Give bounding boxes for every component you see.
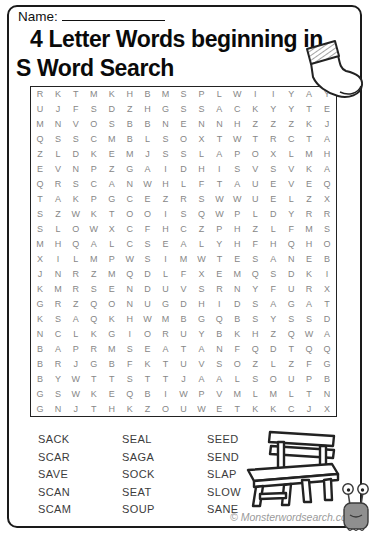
grid-cell[interactable]: Z xyxy=(192,222,210,237)
grid-cell[interactable]: L xyxy=(175,177,193,192)
grid-cell[interactable]: M xyxy=(31,117,49,132)
grid-cell[interactable]: C xyxy=(121,192,139,207)
grid-cell[interactable]: N xyxy=(31,326,49,341)
grid-cell[interactable]: A xyxy=(210,371,228,386)
grid-cell[interactable]: L xyxy=(157,266,175,281)
grid-cell[interactable]: S xyxy=(139,251,157,266)
grid-cell[interactable]: L xyxy=(49,222,67,237)
grid-cell[interactable]: Z xyxy=(157,192,175,207)
grid-cell[interactable]: Q xyxy=(121,386,139,401)
grid-cell[interactable]: T xyxy=(103,207,121,222)
grid-cell[interactable]: S xyxy=(282,311,300,326)
grid-cell[interactable]: W xyxy=(175,386,193,401)
grid-cell[interactable]: W xyxy=(228,192,246,207)
grid-cell[interactable]: U xyxy=(31,102,49,117)
grid-cell[interactable]: E xyxy=(103,281,121,296)
grid-cell[interactable]: Q xyxy=(282,237,300,252)
grid-cell[interactable]: S xyxy=(175,207,193,222)
grid-cell[interactable]: Y xyxy=(264,311,282,326)
grid-cell[interactable]: N xyxy=(210,341,228,356)
grid-cell[interactable]: Q xyxy=(85,311,103,326)
grid-cell[interactable]: A xyxy=(192,371,210,386)
grid-cell[interactable]: S xyxy=(246,251,264,266)
grid-cell[interactable]: A xyxy=(85,237,103,252)
grid-cell[interactable]: L xyxy=(210,87,228,102)
grid-cell[interactable]: M xyxy=(103,266,121,281)
grid-cell[interactable]: R xyxy=(31,87,49,102)
grid-cell[interactable]: A xyxy=(264,296,282,311)
grid-cell[interactable]: Z xyxy=(264,326,282,341)
grid-cell[interactable]: T xyxy=(157,371,175,386)
grid-cell[interactable]: I xyxy=(210,296,228,311)
grid-cell[interactable]: M xyxy=(103,341,121,356)
grid-cell[interactable]: M xyxy=(31,237,49,252)
grid-cell[interactable]: L xyxy=(246,386,264,401)
grid-cell[interactable]: P xyxy=(67,341,85,356)
grid-cell[interactable]: Z xyxy=(246,222,264,237)
grid-cell[interactable]: M xyxy=(157,311,175,326)
grid-cell[interactable]: W xyxy=(85,222,103,237)
grid-cell[interactable]: Q xyxy=(246,266,264,281)
grid-cell[interactable]: S xyxy=(31,222,49,237)
grid-cell[interactable]: X xyxy=(318,401,336,416)
grid-cell[interactable]: K xyxy=(103,311,121,326)
grid-cell[interactable]: U xyxy=(282,371,300,386)
grid-cell[interactable]: E xyxy=(31,162,49,177)
grid-cell[interactable]: H xyxy=(318,147,336,162)
grid-cell[interactable]: H xyxy=(192,296,210,311)
grid-cell[interactable]: W xyxy=(210,192,228,207)
grid-cell[interactable]: N xyxy=(67,162,85,177)
grid-cell[interactable]: Z xyxy=(139,401,157,416)
grid-cell[interactable]: S xyxy=(210,356,228,371)
grid-cell[interactable]: B xyxy=(318,371,336,386)
grid-cell[interactable]: L xyxy=(264,356,282,371)
grid-cell[interactable]: L xyxy=(49,147,67,162)
grid-cell[interactable]: V xyxy=(192,356,210,371)
grid-cell[interactable]: A xyxy=(228,177,246,192)
grid-cell[interactable]: B xyxy=(318,251,336,266)
grid-cell[interactable]: E xyxy=(157,237,175,252)
grid-cell[interactable]: E xyxy=(210,401,228,416)
grid-cell[interactable]: Z xyxy=(121,102,139,117)
grid-cell[interactable]: G xyxy=(31,401,49,416)
grid-cell[interactable]: U xyxy=(246,192,264,207)
grid-cell[interactable]: P xyxy=(103,251,121,266)
grid-cell[interactable]: O xyxy=(103,296,121,311)
grid-cell[interactable]: K xyxy=(300,162,318,177)
grid-cell[interactable]: N xyxy=(121,177,139,192)
grid-cell[interactable]: Q xyxy=(121,266,139,281)
grid-cell[interactable]: B xyxy=(121,117,139,132)
grid-cell[interactable]: T xyxy=(210,251,228,266)
grid-cell[interactable]: F xyxy=(228,341,246,356)
grid-cell[interactable]: A xyxy=(318,326,336,341)
grid-cell[interactable]: Z xyxy=(282,117,300,132)
grid-cell[interactable]: L xyxy=(228,371,246,386)
grid-cell[interactable]: G xyxy=(103,192,121,207)
grid-cell[interactable]: N xyxy=(228,281,246,296)
grid-cell[interactable]: X xyxy=(192,266,210,281)
grid-cell[interactable]: T xyxy=(282,341,300,356)
grid-cell[interactable]: M xyxy=(85,87,103,102)
grid-cell[interactable]: C xyxy=(85,177,103,192)
grid-cell[interactable]: R xyxy=(157,326,175,341)
grid-cell[interactable]: K xyxy=(300,266,318,281)
grid-cell[interactable]: P xyxy=(210,222,228,237)
grid-cell[interactable]: B xyxy=(121,132,139,147)
grid-cell[interactable]: H xyxy=(228,117,246,132)
grid-cell[interactable]: N xyxy=(192,117,210,132)
grid-cell[interactable]: A xyxy=(318,132,336,147)
grid-cell[interactable]: T xyxy=(300,132,318,147)
grid-cell[interactable]: B xyxy=(139,117,157,132)
grid-cell[interactable]: A xyxy=(49,192,67,207)
grid-cell[interactable]: W xyxy=(121,251,139,266)
grid-cell[interactable]: K xyxy=(85,386,103,401)
grid-cell[interactable]: V xyxy=(175,281,193,296)
grid-cell[interactable]: X xyxy=(318,281,336,296)
grid-cell[interactable]: E xyxy=(139,341,157,356)
grid-cell[interactable]: F xyxy=(264,281,282,296)
grid-cell[interactable]: R xyxy=(85,341,103,356)
grid-cell[interactable]: B xyxy=(139,386,157,401)
grid-cell[interactable]: X xyxy=(318,192,336,207)
grid-cell[interactable]: M xyxy=(264,386,282,401)
grid-cell[interactable]: K xyxy=(246,102,264,117)
grid-cell[interactable]: D xyxy=(139,266,157,281)
grid-cell[interactable]: I xyxy=(264,87,282,102)
grid-cell[interactable]: W xyxy=(228,132,246,147)
grid-cell[interactable]: R xyxy=(49,177,67,192)
grid-cell[interactable]: B xyxy=(210,326,228,341)
grid-cell[interactable]: G xyxy=(318,356,336,371)
grid-cell[interactable]: V xyxy=(67,117,85,132)
grid-cell[interactable]: I xyxy=(157,162,175,177)
grid-cell[interactable]: T xyxy=(300,102,318,117)
grid-cell[interactable]: L xyxy=(246,207,264,222)
grid-cell[interactable]: N xyxy=(318,386,336,401)
grid-cell[interactable]: E xyxy=(318,102,336,117)
grid-cell[interactable]: L xyxy=(192,147,210,162)
grid-cell[interactable]: H xyxy=(300,237,318,252)
grid-cell[interactable]: K xyxy=(31,281,49,296)
grid-cell[interactable]: S xyxy=(49,311,67,326)
grid-cell[interactable]: Q xyxy=(85,296,103,311)
grid-cell[interactable]: O xyxy=(85,117,103,132)
grid-cell[interactable]: X xyxy=(103,222,121,237)
grid-cell[interactable]: S xyxy=(121,371,139,386)
grid-cell[interactable]: D xyxy=(175,162,193,177)
grid-cell[interactable]: H xyxy=(157,222,175,237)
grid-cell[interactable]: H xyxy=(228,237,246,252)
grid-cell[interactable]: B xyxy=(228,311,246,326)
grid-cell[interactable]: V xyxy=(282,162,300,177)
grid-cell[interactable]: S xyxy=(49,132,67,147)
grid-cell[interactable]: Q xyxy=(246,341,264,356)
grid-cell[interactable]: F xyxy=(121,356,139,371)
grid-cell[interactable]: A xyxy=(157,341,175,356)
grid-cell[interactable]: T xyxy=(139,371,157,386)
grid-cell[interactable]: A xyxy=(264,251,282,266)
grid-cell[interactable]: O xyxy=(175,132,193,147)
grid-cell[interactable]: Y xyxy=(210,237,228,252)
grid-cell[interactable]: T xyxy=(31,192,49,207)
grid-cell[interactable]: F xyxy=(139,222,157,237)
grid-cell[interactable]: I xyxy=(157,386,175,401)
grid-cell[interactable]: S xyxy=(67,132,85,147)
grid-cell[interactable]: T xyxy=(318,296,336,311)
grid-cell[interactable]: R xyxy=(67,281,85,296)
grid-cell[interactable]: W xyxy=(192,251,210,266)
grid-cell[interactable]: S xyxy=(264,162,282,177)
grid-cell[interactable]: N xyxy=(49,401,67,416)
grid-cell[interactable]: P xyxy=(228,207,246,222)
grid-cell[interactable]: K xyxy=(67,192,85,207)
grid-cell[interactable]: C xyxy=(85,132,103,147)
grid-cell[interactable]: Z xyxy=(103,162,121,177)
grid-cell[interactable]: Q xyxy=(192,207,210,222)
grid-cell[interactable]: S xyxy=(121,341,139,356)
grid-cell[interactable]: L xyxy=(67,326,85,341)
grid-cell[interactable]: M xyxy=(300,147,318,162)
grid-cell[interactable]: V xyxy=(49,162,67,177)
grid-cell[interactable]: C xyxy=(282,132,300,147)
grid-cell[interactable]: T xyxy=(85,371,103,386)
grid-cell[interactable]: K xyxy=(246,401,264,416)
grid-cell[interactable]: O xyxy=(228,356,246,371)
grid-cell[interactable]: I xyxy=(157,251,175,266)
grid-cell[interactable]: E xyxy=(264,177,282,192)
grid-cell[interactable]: H xyxy=(157,177,175,192)
grid-cell[interactable]: H xyxy=(246,326,264,341)
grid-cell[interactable]: A xyxy=(210,102,228,117)
grid-cell[interactable]: C xyxy=(228,102,246,117)
grid-cell[interactable]: N xyxy=(49,266,67,281)
grid-cell[interactable]: B xyxy=(139,87,157,102)
grid-cell[interactable]: A xyxy=(139,162,157,177)
grid-cell[interactable]: K xyxy=(85,326,103,341)
grid-cell[interactable]: K xyxy=(103,87,121,102)
grid-cell[interactable]: G xyxy=(157,102,175,117)
grid-cell[interactable]: W xyxy=(192,401,210,416)
grid-cell[interactable]: C xyxy=(121,222,139,237)
grid-cell[interactable]: D xyxy=(264,207,282,222)
grid-cell[interactable]: O xyxy=(139,326,157,341)
grid-cell[interactable]: U xyxy=(282,281,300,296)
grid-cell[interactable]: S xyxy=(85,102,103,117)
grid-cell[interactable]: A xyxy=(192,341,210,356)
grid-cell[interactable]: J xyxy=(49,102,67,117)
grid-cell[interactable]: F xyxy=(175,266,193,281)
grid-cell[interactable]: Z xyxy=(282,356,300,371)
grid-cell[interactable]: L xyxy=(264,222,282,237)
grid-cell[interactable]: J xyxy=(318,117,336,132)
grid-cell[interactable]: H xyxy=(121,311,139,326)
grid-cell[interactable]: I xyxy=(121,326,139,341)
grid-cell[interactable]: U xyxy=(139,296,157,311)
grid-cell[interactable]: Y xyxy=(282,102,300,117)
grid-cell[interactable]: S xyxy=(175,102,193,117)
grid-cell[interactable]: D xyxy=(264,341,282,356)
grid-cell[interactable]: A xyxy=(175,237,193,252)
grid-cell[interactable]: X xyxy=(264,147,282,162)
grid-cell[interactable]: K xyxy=(49,87,67,102)
grid-cell[interactable]: K xyxy=(228,326,246,341)
grid-cell[interactable]: S xyxy=(85,281,103,296)
grid-cell[interactable]: Z xyxy=(264,117,282,132)
grid-cell[interactable]: N xyxy=(121,281,139,296)
grid-cell[interactable]: N xyxy=(49,117,67,132)
grid-cell[interactable]: F xyxy=(282,222,300,237)
grid-cell[interactable]: S xyxy=(192,281,210,296)
grid-cell[interactable]: Z xyxy=(49,207,67,222)
grid-cell[interactable]: Q xyxy=(31,177,49,192)
grid-cell[interactable]: E xyxy=(300,177,318,192)
grid-cell[interactable]: D xyxy=(139,281,157,296)
grid-cell[interactable]: V xyxy=(210,386,228,401)
grid-cell[interactable]: S xyxy=(192,192,210,207)
grid-cell[interactable]: H xyxy=(139,102,157,117)
grid-cell[interactable]: U xyxy=(175,401,193,416)
grid-cell[interactable]: W xyxy=(67,207,85,222)
grid-cell[interactable]: F xyxy=(67,102,85,117)
grid-cell[interactable]: O xyxy=(157,401,175,416)
grid-cell[interactable]: X xyxy=(192,132,210,147)
grid-cell[interactable]: X xyxy=(31,251,49,266)
grid-cell[interactable]: E xyxy=(139,192,157,207)
grid-cell[interactable]: W xyxy=(139,177,157,192)
grid-cell[interactable]: Y xyxy=(264,102,282,117)
grid-cell[interactable]: R xyxy=(300,281,318,296)
grid-cell[interactable]: S xyxy=(157,147,175,162)
grid-cell[interactable]: T xyxy=(210,132,228,147)
grid-cell[interactable]: M xyxy=(121,147,139,162)
grid-cell[interactable]: K xyxy=(121,401,139,416)
grid-cell[interactable]: J xyxy=(139,147,157,162)
grid-cell[interactable]: P xyxy=(85,162,103,177)
grid-cell[interactable]: C xyxy=(121,237,139,252)
grid-cell[interactable]: T xyxy=(210,177,228,192)
grid-cell[interactable]: T xyxy=(175,341,193,356)
grid-cell[interactable]: D xyxy=(228,296,246,311)
grid-cell[interactable]: D xyxy=(67,147,85,162)
grid-cell[interactable]: J xyxy=(31,266,49,281)
grid-cell[interactable]: B xyxy=(31,356,49,371)
grid-cell[interactable]: E xyxy=(103,147,121,162)
grid-cell[interactable]: F xyxy=(246,237,264,252)
grid-cell[interactable]: G xyxy=(282,296,300,311)
grid-cell[interactable]: M xyxy=(228,266,246,281)
grid-cell[interactable]: K xyxy=(139,356,157,371)
grid-cell[interactable]: M xyxy=(157,87,175,102)
grid-cell[interactable]: S xyxy=(175,87,193,102)
grid-cell[interactable]: M xyxy=(103,132,121,147)
grid-cell[interactable]: U xyxy=(157,281,175,296)
grid-cell[interactable]: L xyxy=(282,386,300,401)
grid-cell[interactable]: O xyxy=(246,147,264,162)
grid-cell[interactable]: N xyxy=(157,117,175,132)
grid-cell[interactable]: E xyxy=(210,266,228,281)
grid-cell[interactable]: S xyxy=(157,132,175,147)
grid-cell[interactable]: H xyxy=(49,237,67,252)
grid-cell[interactable]: M xyxy=(85,251,103,266)
grid-cell[interactable]: G xyxy=(85,356,103,371)
grid-cell[interactable]: Z xyxy=(67,296,85,311)
grid-cell[interactable]: T xyxy=(246,132,264,147)
grid-cell[interactable]: I xyxy=(210,162,228,177)
grid-cell[interactable]: U xyxy=(246,177,264,192)
grid-cell[interactable]: S xyxy=(175,147,193,162)
grid-cell[interactable]: T xyxy=(228,401,246,416)
grid-cell[interactable]: G xyxy=(103,326,121,341)
name-input-line[interactable] xyxy=(62,8,165,21)
grid-cell[interactable]: M xyxy=(175,251,193,266)
grid-cell[interactable]: S xyxy=(103,117,121,132)
grid-cell[interactable]: R xyxy=(300,207,318,222)
grid-cell[interactable]: Z xyxy=(300,192,318,207)
grid-cell[interactable]: G xyxy=(157,296,175,311)
grid-cell[interactable]: R xyxy=(67,266,85,281)
grid-cell[interactable]: C xyxy=(49,326,67,341)
grid-cell[interactable]: E xyxy=(264,192,282,207)
grid-cell[interactable]: Y xyxy=(49,371,67,386)
grid-cell[interactable]: R xyxy=(318,207,336,222)
grid-cell[interactable]: T xyxy=(67,87,85,102)
grid-cell[interactable]: S xyxy=(67,177,85,192)
grid-cell[interactable]: P xyxy=(300,371,318,386)
grid-cell[interactable]: Y xyxy=(192,326,210,341)
grid-cell[interactable]: U xyxy=(175,326,193,341)
grid-cell[interactable]: E xyxy=(103,386,121,401)
grid-cell[interactable]: A xyxy=(318,162,336,177)
grid-cell[interactable]: H xyxy=(121,87,139,102)
grid-cell[interactable]: T xyxy=(85,401,103,416)
grid-cell[interactable]: E xyxy=(228,251,246,266)
grid-cell[interactable]: O xyxy=(67,222,85,237)
grid-cell[interactable]: Q xyxy=(282,326,300,341)
grid-cell[interactable]: W xyxy=(300,326,318,341)
grid-cell[interactable]: S xyxy=(31,207,49,222)
grid-cell[interactable]: H xyxy=(103,401,121,416)
grid-cell[interactable]: L xyxy=(103,237,121,252)
grid-cell[interactable]: L xyxy=(282,192,300,207)
grid-cell[interactable]: D xyxy=(318,311,336,326)
grid-cell[interactable]: S xyxy=(318,222,336,237)
grid-cell[interactable]: O xyxy=(264,371,282,386)
grid-cell[interactable]: F xyxy=(192,177,210,192)
grid-cell[interactable]: M xyxy=(300,222,318,237)
grid-cell[interactable]: T xyxy=(300,386,318,401)
grid-cell[interactable]: I xyxy=(157,207,175,222)
grid-cell[interactable]: H xyxy=(264,237,282,252)
grid-cell[interactable]: S xyxy=(228,162,246,177)
grid-cell[interactable]: D xyxy=(175,296,193,311)
grid-cell[interactable]: S xyxy=(139,237,157,252)
grid-cell[interactable]: O xyxy=(139,207,157,222)
grid-cell[interactable]: I xyxy=(318,266,336,281)
grid-cell[interactable]: N xyxy=(121,296,139,311)
grid-cell[interactable]: J xyxy=(175,371,193,386)
grid-cell[interactable]: C xyxy=(282,401,300,416)
grid-cell[interactable]: K xyxy=(85,207,103,222)
grid-cell[interactable]: Z xyxy=(246,356,264,371)
grid-cell[interactable]: M xyxy=(228,386,246,401)
grid-cell[interactable]: Q xyxy=(318,341,336,356)
grid-cell[interactable]: I xyxy=(246,87,264,102)
grid-cell[interactable]: R xyxy=(175,192,193,207)
grid-cell[interactable]: S xyxy=(300,311,318,326)
